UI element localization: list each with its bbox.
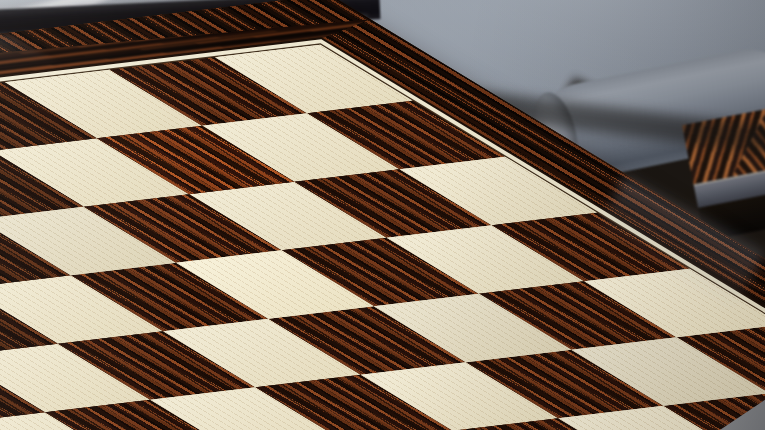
lighting-overlay <box>0 0 765 430</box>
workshop-scene <box>0 0 765 430</box>
